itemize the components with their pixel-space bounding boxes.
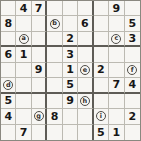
cell-r4c4[interactable] bbox=[47, 47, 62, 62]
cell-r1c9[interactable] bbox=[125, 1, 140, 16]
given-digit: 5 bbox=[4, 95, 12, 106]
circled-letter-c: c bbox=[111, 34, 121, 44]
cell-r1c4[interactable] bbox=[47, 1, 62, 16]
cell-r3c8[interactable]: c bbox=[109, 32, 124, 47]
cell-r6c1[interactable]: d bbox=[1, 78, 16, 93]
cell-r1c2[interactable]: 4 bbox=[16, 1, 31, 16]
cell-r7c9[interactable] bbox=[125, 94, 140, 109]
cell-r8c4[interactable]: 8 bbox=[47, 109, 62, 124]
cell-r5c5[interactable]: 1 bbox=[63, 63, 78, 78]
circled-letter-a: a bbox=[19, 34, 29, 44]
cell-r4c9[interactable] bbox=[125, 47, 140, 62]
cell-r9c3[interactable] bbox=[32, 125, 47, 140]
cell-r8c8[interactable] bbox=[109, 109, 124, 124]
cell-r9c1[interactable] bbox=[1, 125, 16, 140]
cell-r7c5[interactable]: 9 bbox=[63, 94, 78, 109]
cell-r5c1[interactable] bbox=[1, 63, 16, 78]
cell-r9c7[interactable]: 5 bbox=[94, 125, 109, 140]
cell-r3c1[interactable] bbox=[1, 32, 16, 47]
cell-r6c3[interactable] bbox=[32, 78, 47, 93]
given-digit: 5 bbox=[66, 79, 74, 90]
cell-r2c6[interactable]: 6 bbox=[78, 16, 93, 31]
cell-r5c3[interactable]: 9 bbox=[32, 63, 47, 78]
cell-r7c1[interactable]: 5 bbox=[1, 94, 16, 109]
cell-r6c2[interactable] bbox=[16, 78, 31, 93]
cell-r9c9[interactable] bbox=[125, 125, 140, 140]
given-digit: 6 bbox=[4, 49, 12, 60]
given-digit: 2 bbox=[66, 33, 74, 44]
cell-r8c3[interactable]: g bbox=[32, 109, 47, 124]
cell-r4c3[interactable] bbox=[32, 47, 47, 62]
cell-r2c1[interactable]: 8 bbox=[1, 16, 16, 31]
given-digit: 5 bbox=[97, 127, 105, 138]
given-digit: 6 bbox=[81, 18, 89, 29]
given-digit: 3 bbox=[66, 49, 74, 60]
cell-r7c8[interactable] bbox=[109, 94, 124, 109]
cell-r3c5[interactable]: 2 bbox=[63, 32, 78, 47]
given-digit: 9 bbox=[66, 95, 74, 106]
cell-r8c2[interactable] bbox=[16, 109, 31, 124]
cell-r8c9[interactable]: 2 bbox=[125, 109, 140, 124]
cell-r7c7[interactable] bbox=[94, 94, 109, 109]
given-digit: 3 bbox=[128, 33, 136, 44]
cell-r2c2[interactable] bbox=[16, 16, 31, 31]
circled-letter-f: f bbox=[127, 65, 137, 75]
cell-r5c7[interactable]: 2 bbox=[94, 63, 109, 78]
circled-letter-h: h bbox=[80, 96, 90, 106]
cell-r1c7[interactable] bbox=[94, 1, 109, 16]
circled-letter-d: d bbox=[3, 80, 13, 90]
cell-r5c4[interactable] bbox=[47, 63, 62, 78]
cell-r2c9[interactable]: 5 bbox=[125, 16, 140, 31]
cell-r8c1[interactable]: 4 bbox=[1, 109, 16, 124]
given-digit: 2 bbox=[97, 64, 105, 75]
cell-r5c8[interactable] bbox=[109, 63, 124, 78]
cell-r3c6[interactable] bbox=[78, 32, 93, 47]
given-digit: 4 bbox=[128, 79, 136, 90]
given-digit: 8 bbox=[4, 18, 12, 29]
given-digit: 9 bbox=[35, 64, 43, 75]
given-digit: 1 bbox=[113, 127, 121, 138]
cell-r5c2[interactable] bbox=[16, 63, 31, 78]
cell-r9c6[interactable] bbox=[78, 125, 93, 140]
circled-letter-i: i bbox=[96, 111, 106, 121]
cell-r4c8[interactable] bbox=[109, 47, 124, 62]
cell-r6c5[interactable]: 5 bbox=[63, 78, 78, 93]
cell-r6c7[interactable] bbox=[94, 78, 109, 93]
given-digit: 7 bbox=[113, 79, 121, 90]
cell-r9c2[interactable]: 7 bbox=[16, 125, 31, 140]
given-digit: 7 bbox=[20, 127, 28, 138]
cell-r4c7[interactable] bbox=[94, 47, 109, 62]
cell-r6c6[interactable] bbox=[78, 78, 93, 93]
cell-r2c8[interactable] bbox=[109, 16, 124, 31]
given-digit: 7 bbox=[35, 3, 43, 14]
cell-r3c4[interactable] bbox=[47, 32, 62, 47]
cell-r4c1[interactable]: 6 bbox=[1, 47, 16, 62]
cell-r7c6[interactable]: h bbox=[78, 94, 93, 109]
cell-r4c2[interactable]: 1 bbox=[16, 47, 31, 62]
cell-r8c7[interactable]: i bbox=[94, 109, 109, 124]
cell-r3c9[interactable]: 3 bbox=[125, 32, 140, 47]
cell-r3c7[interactable] bbox=[94, 32, 109, 47]
circled-letter-e: e bbox=[80, 65, 90, 75]
cell-r2c7[interactable] bbox=[94, 16, 109, 31]
given-digit: 2 bbox=[128, 111, 136, 122]
given-digit: 4 bbox=[20, 3, 28, 14]
cell-r1c8[interactable]: 9 bbox=[109, 1, 124, 16]
given-digit: 4 bbox=[4, 111, 12, 122]
cell-r5c9[interactable]: f bbox=[125, 63, 140, 78]
circled-letter-g: g bbox=[34, 111, 44, 121]
cell-r8c5[interactable] bbox=[63, 109, 78, 124]
circled-letter-b: b bbox=[50, 19, 60, 29]
cell-r2c3[interactable] bbox=[32, 16, 47, 31]
cell-r1c6[interactable] bbox=[78, 1, 93, 16]
cell-r7c2[interactable] bbox=[16, 94, 31, 109]
cell-r9c5[interactable] bbox=[63, 125, 78, 140]
sudoku-board: 4798b65a2c361391e2fd57459h4g8i2751 bbox=[0, 0, 141, 141]
cell-r7c3[interactable] bbox=[32, 94, 47, 109]
cell-r5c6[interactable]: e bbox=[78, 63, 93, 78]
cell-r9c4[interactable] bbox=[47, 125, 62, 140]
cell-r2c5[interactable] bbox=[63, 16, 78, 31]
given-digit: 8 bbox=[51, 111, 59, 122]
cell-r9c8[interactable]: 1 bbox=[109, 125, 124, 140]
given-digit: 1 bbox=[66, 64, 74, 75]
cell-r3c2[interactable]: a bbox=[16, 32, 31, 47]
given-digit: 5 bbox=[128, 18, 136, 29]
cell-r4c5[interactable]: 3 bbox=[63, 47, 78, 62]
cell-r1c5[interactable] bbox=[63, 1, 78, 16]
cell-r1c1[interactable] bbox=[1, 1, 16, 16]
cell-r7c4[interactable] bbox=[47, 94, 62, 109]
cell-r1c3[interactable]: 7 bbox=[32, 1, 47, 16]
cell-r6c9[interactable]: 4 bbox=[125, 78, 140, 93]
given-digit: 1 bbox=[20, 49, 28, 60]
cell-r6c8[interactable]: 7 bbox=[109, 78, 124, 93]
cell-r4c6[interactable] bbox=[78, 47, 93, 62]
given-digit: 9 bbox=[113, 3, 121, 14]
cell-r2c4[interactable]: b bbox=[47, 16, 62, 31]
cell-r6c4[interactable] bbox=[47, 78, 62, 93]
cell-r8c6[interactable] bbox=[78, 109, 93, 124]
cell-r3c3[interactable] bbox=[32, 32, 47, 47]
